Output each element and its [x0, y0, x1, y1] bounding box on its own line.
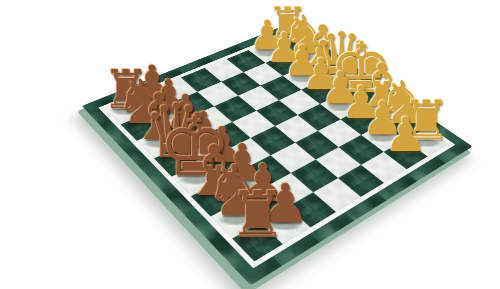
chess-set-photo: ♜♞♝♛♚♝♞♜♟♟♟♟♟♟♟♟♟♟♟♟♟♟♟♟♜♞♝♛♚♝♞♜ [0, 0, 500, 289]
chess-board [82, 23, 473, 285]
board-grid [105, 34, 448, 262]
board-frame-line [98, 30, 455, 268]
